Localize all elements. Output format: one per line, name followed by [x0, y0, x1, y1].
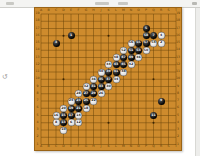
stone-number: 19 [69, 107, 73, 110]
stone-number: 3 [55, 41, 57, 44]
coord-label: N [130, 145, 132, 148]
stone-white-50[interactable]: 50 [143, 47, 150, 54]
stone-black-55[interactable]: 55 [135, 40, 142, 47]
stone-white-52[interactable]: 52 [120, 47, 127, 54]
stone-number: 39 [106, 70, 110, 73]
coord-label: 2 [36, 136, 38, 139]
coord-label: 1 [36, 143, 38, 146]
coord-label: D [62, 145, 64, 148]
stone-black-5[interactable]: 5 [143, 25, 150, 32]
coord-label: 11 [176, 70, 180, 73]
coord-label: 13 [176, 56, 180, 59]
coord-label: 14 [176, 49, 180, 52]
stone-number: 1 [70, 34, 72, 37]
stone-black-1[interactable]: 1 [68, 32, 75, 39]
stone-white-36[interactable]: 36 [90, 76, 97, 83]
coord-label: M [122, 145, 125, 148]
stone-number: 49 [129, 56, 133, 59]
coord-label: 8 [36, 92, 38, 95]
stone-black-58[interactable]: 58 [143, 32, 150, 39]
stone-number: 31 [91, 85, 95, 88]
stone-number: 16 [54, 114, 58, 117]
stone-black-21[interactable]: 21 [75, 105, 82, 112]
stone-number: 41 [114, 70, 118, 73]
coord-label: 15 [176, 41, 180, 44]
stone-number: 28 [76, 92, 80, 95]
stone-white-24[interactable]: 24 [68, 98, 75, 105]
stone-black-33[interactable]: 33 [98, 83, 105, 90]
coord-label: C [55, 145, 57, 148]
coord-label: S [167, 145, 169, 148]
stone-number: 29 [91, 92, 95, 95]
stone-number: 6 [70, 121, 72, 124]
stone-number: 51 [129, 49, 133, 52]
stone-number: 4 [160, 34, 162, 37]
coord-label: 10 [35, 78, 39, 81]
coord-label: H [92, 9, 94, 12]
stone-white-4[interactable]: 4 [158, 32, 165, 39]
stone-number: 33 [99, 85, 103, 88]
coord-label: K [107, 145, 109, 148]
stone-black-57[interactable]: 57 [143, 40, 150, 47]
stone-black-31[interactable]: 31 [90, 83, 97, 90]
stone-number: 24 [69, 99, 73, 102]
stone-white-40[interactable]: 40 [98, 69, 105, 76]
stone-number: 43 [114, 63, 118, 66]
stone-number: 57 [144, 41, 148, 44]
stone-number: 10 [61, 128, 65, 131]
coord-label: A [40, 145, 42, 148]
stone-number: 44 [106, 63, 110, 66]
stone-number: 48 [114, 56, 118, 59]
stone-white-38[interactable]: 38 [120, 69, 127, 76]
coord-label: 8 [177, 92, 179, 95]
coord-label: A [40, 9, 42, 12]
coord-label: E [70, 145, 72, 148]
stone-black-41[interactable]: 41 [113, 69, 120, 76]
stone-number: 20 [61, 107, 65, 110]
stone-number: 42 [129, 63, 133, 66]
stone-number: 5 [145, 27, 147, 30]
coord-label: 7 [36, 99, 38, 102]
coord-label: S [167, 9, 169, 12]
coord-label: P [145, 9, 147, 12]
stone-number: 18 [84, 107, 88, 110]
coord-label: 6 [36, 107, 38, 110]
stone-white-2[interactable]: 2 [158, 40, 165, 47]
stone-white-20[interactable]: 20 [60, 105, 67, 112]
coord-label: O [137, 9, 140, 12]
stone-number: 45 [121, 63, 125, 66]
stone-black-11[interactable]: 11 [150, 112, 157, 119]
coord-label: 18 [176, 20, 180, 23]
stone-white-14[interactable]: 14 [75, 112, 82, 119]
stone-white-16[interactable]: 16 [53, 112, 60, 119]
coord-label: P [145, 145, 147, 148]
stone-number: 46 [136, 56, 140, 59]
coord-label: B [47, 145, 49, 148]
coord-label: R [160, 9, 162, 12]
stone-black-3[interactable]: 3 [53, 40, 60, 47]
stone-number: 30 [106, 85, 110, 88]
stone-number: 2 [160, 41, 162, 44]
coord-label: 4 [177, 121, 179, 124]
stone-black-17[interactable]: 17 [68, 112, 75, 119]
stone-black-49[interactable]: 49 [128, 54, 135, 61]
toolbar-button[interactable] [192, 2, 197, 5]
toolbar-button[interactable] [95, 2, 109, 5]
coord-label: 16 [176, 34, 180, 37]
coord-label: L [115, 9, 117, 12]
coord-label: M [122, 9, 125, 12]
coord-label: B [47, 9, 49, 12]
stone-white-18[interactable]: 18 [83, 105, 90, 112]
stone-number: 32 [84, 85, 88, 88]
coord-label: 4 [36, 121, 38, 124]
stone-black-51[interactable]: 51 [128, 47, 135, 54]
coord-label: O [137, 145, 140, 148]
stone-white-8[interactable]: 8 [53, 119, 60, 126]
coord-label: R [160, 145, 162, 148]
stone-black-9[interactable]: 9 [158, 98, 165, 105]
stone-number: 8 [55, 121, 57, 124]
stone-number: 12 [76, 121, 80, 124]
stone-white-30[interactable]: 30 [105, 83, 112, 90]
coord-label: 9 [36, 85, 38, 88]
stone-number: 23 [76, 99, 80, 102]
coord-label: G [85, 9, 87, 12]
coord-label: 7 [177, 99, 179, 102]
stone-number: 53 [136, 49, 140, 52]
coord-label: 17 [176, 27, 180, 30]
stone-white-56[interactable]: 56 [128, 40, 135, 47]
stone-white-46[interactable]: 46 [135, 54, 142, 61]
coord-label: 3 [36, 128, 38, 131]
coord-label: 11 [35, 70, 39, 73]
stone-number: 47 [121, 56, 125, 59]
coord-label: J [101, 145, 102, 148]
app-window: ↺ AABBCCDDEEFFGGHHJJKKLLMMNNOOPPQQRRSSTT… [0, 0, 200, 156]
goban[interactable]: AABBCCDDEEFFGGHHJJKKLLMMNNOOPPQQRRSSTT19… [34, 7, 182, 151]
coord-label: 16 [35, 34, 39, 37]
coord-label: G [85, 145, 87, 148]
coord-label: 9 [177, 85, 179, 88]
coord-label: 15 [35, 41, 39, 44]
stone-white-32[interactable]: 32 [83, 83, 90, 90]
stone-black-53[interactable]: 53 [135, 47, 142, 54]
coord-label: Q [152, 9, 155, 12]
coord-label: L [115, 145, 117, 148]
coord-label: 1 [177, 143, 179, 146]
stone-black-43[interactable]: 43 [113, 61, 120, 68]
stone-white-42[interactable]: 42 [128, 61, 135, 68]
stone-white-48[interactable]: 48 [113, 54, 120, 61]
coord-label: 6 [177, 107, 179, 110]
stone-white-26[interactable]: 26 [98, 90, 105, 97]
coord-label: 3 [177, 128, 179, 131]
coord-label: 18 [35, 20, 39, 23]
scrollbar[interactable] [195, 8, 200, 156]
stone-black-15[interactable]: 15 [60, 112, 67, 119]
stone-number: 54 [151, 41, 155, 44]
coord-label: H [92, 145, 94, 148]
stone-white-10[interactable]: 10 [60, 127, 67, 134]
hand-tool-icon[interactable]: ↺ [1, 73, 9, 82]
stone-black-27[interactable]: 27 [83, 90, 90, 97]
stone-black-39[interactable]: 39 [105, 69, 112, 76]
stone-number: 15 [61, 114, 65, 117]
toolbar-button[interactable] [118, 2, 128, 5]
coord-label: Q [152, 145, 155, 148]
toolbar-button[interactable] [6, 2, 14, 5]
stone-number: 50 [144, 49, 148, 52]
stone-number: 52 [121, 49, 125, 52]
coord-label: 12 [176, 63, 180, 66]
stone-number: 26 [99, 92, 103, 95]
stone-number: 25 [84, 99, 88, 102]
stone-number: 40 [99, 70, 103, 73]
stone-number: 21 [76, 107, 80, 110]
coord-label: D [62, 9, 64, 12]
coord-label: 12 [35, 63, 39, 66]
stone-black-35[interactable]: 35 [98, 76, 105, 83]
coord-label: E [70, 9, 72, 12]
coord-label: 5 [177, 114, 179, 117]
stone-black-47[interactable]: 47 [120, 54, 127, 61]
coord-label: 19 [35, 12, 39, 15]
stone-number: 7 [152, 34, 154, 37]
stone-number: 27 [84, 92, 88, 95]
coord-label: 13 [35, 56, 39, 59]
stone-white-54[interactable]: 54 [150, 40, 157, 47]
coord-label: 17 [35, 27, 39, 30]
coord-label: 14 [35, 49, 39, 52]
stone-number: 11 [151, 114, 155, 117]
stone-black-19[interactable]: 19 [68, 105, 75, 112]
coord-label: F [78, 9, 80, 12]
coord-label: 2 [177, 136, 179, 139]
coord-label: C [55, 9, 57, 12]
stone-white-6[interactable]: 6 [68, 119, 75, 126]
stone-number: 36 [91, 78, 95, 81]
stone-black-23[interactable]: 23 [75, 98, 82, 105]
stone-number: 56 [129, 41, 133, 44]
stone-number: 13 [61, 121, 65, 124]
stone-number: 37 [106, 78, 110, 81]
coord-label: J [101, 9, 102, 12]
coord-label: 5 [36, 114, 38, 117]
stone-black-25[interactable]: 25 [83, 98, 90, 105]
stone-black-37[interactable]: 37 [105, 76, 112, 83]
coord-label: 10 [176, 78, 180, 81]
stone-number: 34 [114, 78, 118, 81]
coord-label: N [130, 9, 132, 12]
coord-label: K [107, 9, 109, 12]
stone-white-34[interactable]: 34 [113, 76, 120, 83]
stone-white-22[interactable]: 22 [90, 98, 97, 105]
stone-number: 38 [121, 70, 125, 73]
stone-number: 58 [144, 34, 148, 37]
stone-number: 35 [99, 78, 103, 81]
stone-number: 55 [136, 41, 140, 44]
stone-number: 14 [76, 114, 80, 117]
stone-number: 17 [69, 114, 73, 117]
coord-label: F [78, 145, 80, 148]
stone-number: 22 [91, 99, 95, 102]
coord-label: 19 [176, 12, 180, 15]
stone-number: 9 [160, 99, 162, 102]
